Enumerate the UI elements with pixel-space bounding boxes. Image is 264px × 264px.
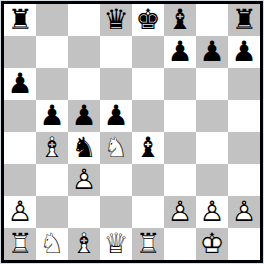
square-e2[interactable] xyxy=(132,196,164,228)
white-bishop-icon: ♝♗ xyxy=(36,132,68,164)
square-a8[interactable]: ♜ xyxy=(4,4,36,36)
square-a4[interactable] xyxy=(4,132,36,164)
square-e5[interactable] xyxy=(132,100,164,132)
square-d5[interactable]: ♟ xyxy=(100,100,132,132)
square-b7[interactable] xyxy=(36,36,68,68)
square-d8[interactable]: ♛ xyxy=(100,4,132,36)
black-rook-icon: ♜ xyxy=(4,4,36,36)
white-queen-icon: ♛♕ xyxy=(100,228,132,260)
square-d4[interactable]: ♞♘ xyxy=(100,132,132,164)
black-pawn-icon: ♟ xyxy=(100,100,132,132)
black-pawn-icon: ♟ xyxy=(196,36,228,68)
square-b3[interactable] xyxy=(36,164,68,196)
square-a7[interactable] xyxy=(4,36,36,68)
white-knight-icon: ♞♘ xyxy=(36,228,68,260)
square-g4[interactable] xyxy=(196,132,228,164)
square-a6[interactable]: ♟ xyxy=(4,68,36,100)
white-knight-icon: ♞♘ xyxy=(100,132,132,164)
square-h1[interactable] xyxy=(228,228,260,260)
white-bishop-icon: ♝♗ xyxy=(68,228,100,260)
square-c7[interactable] xyxy=(68,36,100,68)
square-h8[interactable]: ♜ xyxy=(228,4,260,36)
black-pawn-icon: ♟ xyxy=(36,100,68,132)
square-h3[interactable] xyxy=(228,164,260,196)
square-h6[interactable] xyxy=(228,68,260,100)
square-c4[interactable]: ♞ xyxy=(68,132,100,164)
square-d3[interactable] xyxy=(100,164,132,196)
square-c2[interactable] xyxy=(68,196,100,228)
square-b5[interactable]: ♟ xyxy=(36,100,68,132)
square-c1[interactable]: ♝♗ xyxy=(68,228,100,260)
square-f7[interactable]: ♟ xyxy=(164,36,196,68)
white-pawn-icon: ♟♙ xyxy=(164,196,196,228)
square-a2[interactable]: ♟♙ xyxy=(4,196,36,228)
white-pawn-icon: ♟♙ xyxy=(68,164,100,196)
square-f6[interactable] xyxy=(164,68,196,100)
black-pawn-icon: ♟ xyxy=(164,36,196,68)
square-c3[interactable]: ♟♙ xyxy=(68,164,100,196)
black-rook-icon: ♜ xyxy=(228,4,260,36)
square-g3[interactable] xyxy=(196,164,228,196)
square-h2[interactable]: ♟♙ xyxy=(228,196,260,228)
square-b6[interactable] xyxy=(36,68,68,100)
square-a3[interactable] xyxy=(4,164,36,196)
black-queen-icon: ♛ xyxy=(100,4,132,36)
black-knight-icon: ♞ xyxy=(68,132,100,164)
square-f3[interactable] xyxy=(164,164,196,196)
chess-board: ♜♛♚♝♜♟♟♟♟♟♟♟♝♗♞♞♘♝♟♙♟♙♟♙♟♙♟♙♜♖♞♘♝♗♛♕♜♖♚♔ xyxy=(1,1,263,263)
white-pawn-icon: ♟♙ xyxy=(4,196,36,228)
square-c6[interactable] xyxy=(68,68,100,100)
square-e8[interactable]: ♚ xyxy=(132,4,164,36)
square-h5[interactable] xyxy=(228,100,260,132)
square-c5[interactable]: ♟ xyxy=(68,100,100,132)
square-f5[interactable] xyxy=(164,100,196,132)
square-g7[interactable]: ♟ xyxy=(196,36,228,68)
square-e1[interactable]: ♜♖ xyxy=(132,228,164,260)
white-pawn-icon: ♟♙ xyxy=(196,196,228,228)
square-f8[interactable]: ♝ xyxy=(164,4,196,36)
black-pawn-icon: ♟ xyxy=(68,100,100,132)
white-rook-icon: ♜♖ xyxy=(132,228,164,260)
black-pawn-icon: ♟ xyxy=(228,36,260,68)
square-e4[interactable]: ♝ xyxy=(132,132,164,164)
black-bishop-icon: ♝ xyxy=(132,132,164,164)
square-a5[interactable] xyxy=(4,100,36,132)
square-d1[interactable]: ♛♕ xyxy=(100,228,132,260)
black-king-icon: ♚ xyxy=(132,4,164,36)
square-b2[interactable] xyxy=(36,196,68,228)
chess-diagram: ♜♛♚♝♜♟♟♟♟♟♟♟♝♗♞♞♘♝♟♙♟♙♟♙♟♙♟♙♜♖♞♘♝♗♛♕♜♖♚♔ xyxy=(0,0,264,264)
square-d6[interactable] xyxy=(100,68,132,100)
square-e3[interactable] xyxy=(132,164,164,196)
square-a1[interactable]: ♜♖ xyxy=(4,228,36,260)
square-d2[interactable] xyxy=(100,196,132,228)
square-f2[interactable]: ♟♙ xyxy=(164,196,196,228)
square-g8[interactable] xyxy=(196,4,228,36)
black-pawn-icon: ♟ xyxy=(4,68,36,100)
square-g6[interactable] xyxy=(196,68,228,100)
square-b8[interactable] xyxy=(36,4,68,36)
white-king-icon: ♚♔ xyxy=(196,228,228,260)
square-h7[interactable]: ♟ xyxy=(228,36,260,68)
white-rook-icon: ♜♖ xyxy=(4,228,36,260)
square-f1[interactable] xyxy=(164,228,196,260)
square-e7[interactable] xyxy=(132,36,164,68)
square-d7[interactable] xyxy=(100,36,132,68)
square-c8[interactable] xyxy=(68,4,100,36)
square-b1[interactable]: ♞♘ xyxy=(36,228,68,260)
square-h4[interactable] xyxy=(228,132,260,164)
square-e6[interactable] xyxy=(132,68,164,100)
square-g2[interactable]: ♟♙ xyxy=(196,196,228,228)
square-b4[interactable]: ♝♗ xyxy=(36,132,68,164)
square-g5[interactable] xyxy=(196,100,228,132)
square-f4[interactable] xyxy=(164,132,196,164)
square-g1[interactable]: ♚♔ xyxy=(196,228,228,260)
white-pawn-icon: ♟♙ xyxy=(228,196,260,228)
black-bishop-icon: ♝ xyxy=(164,4,196,36)
